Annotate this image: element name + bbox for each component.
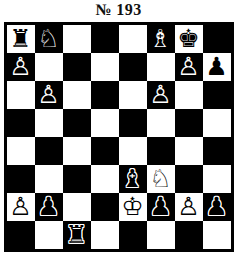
chess-board: ♜♘♗♚♙♙♟♙♙♝♘♙♟♔♟♙♟♜ <box>4 22 234 252</box>
square-d3 <box>91 165 119 193</box>
white-knight-f3: ♘ <box>149 165 171 193</box>
diagram-number-title: № 193 <box>0 0 237 21</box>
black-rook-c1: ♜ <box>65 221 87 249</box>
square-e8 <box>119 25 147 53</box>
square-a7: ♙ <box>7 53 35 81</box>
square-b6: ♙ <box>35 81 63 109</box>
square-d2 <box>91 193 119 221</box>
square-f6: ♙ <box>147 81 175 109</box>
square-h8 <box>203 25 231 53</box>
square-h3 <box>203 165 231 193</box>
square-d6 <box>91 81 119 109</box>
square-b2: ♟ <box>35 193 63 221</box>
black-pawn-b2: ♟ <box>37 193 59 221</box>
square-f3: ♘ <box>147 165 175 193</box>
square-b1 <box>35 221 63 249</box>
white-bishop-f8: ♗ <box>149 25 171 53</box>
square-b4 <box>35 137 63 165</box>
square-c8 <box>63 25 91 53</box>
square-f5 <box>147 109 175 137</box>
square-c1: ♜ <box>63 221 91 249</box>
square-b3 <box>35 165 63 193</box>
square-d8 <box>91 25 119 53</box>
square-a8: ♜ <box>7 25 35 53</box>
square-h5 <box>203 109 231 137</box>
square-c4 <box>63 137 91 165</box>
black-king-g8: ♚ <box>177 25 199 53</box>
black-bishop-e3: ♝ <box>121 165 143 193</box>
square-c3 <box>63 165 91 193</box>
square-d7 <box>91 53 119 81</box>
square-e2: ♔ <box>119 193 147 221</box>
square-c6 <box>63 81 91 109</box>
white-pawn-g2: ♙ <box>177 193 199 221</box>
square-c7 <box>63 53 91 81</box>
square-e6 <box>119 81 147 109</box>
white-pawn-b6: ♙ <box>37 81 59 109</box>
square-g4 <box>175 137 203 165</box>
square-e7 <box>119 53 147 81</box>
square-g2: ♙ <box>175 193 203 221</box>
square-g8: ♚ <box>175 25 203 53</box>
square-g3 <box>175 165 203 193</box>
square-h6 <box>203 81 231 109</box>
square-a3 <box>7 165 35 193</box>
square-d1 <box>91 221 119 249</box>
square-g6 <box>175 81 203 109</box>
square-e3: ♝ <box>119 165 147 193</box>
white-pawn-f6: ♙ <box>149 81 171 109</box>
square-b7 <box>35 53 63 81</box>
square-f2: ♟ <box>147 193 175 221</box>
square-b8: ♘ <box>35 25 63 53</box>
square-e4 <box>119 137 147 165</box>
square-h7: ♟ <box>203 53 231 81</box>
square-f4 <box>147 137 175 165</box>
square-g1 <box>175 221 203 249</box>
square-a6 <box>7 81 35 109</box>
white-pawn-a2: ♙ <box>9 193 31 221</box>
square-h1 <box>203 221 231 249</box>
square-g7: ♙ <box>175 53 203 81</box>
square-e1 <box>119 221 147 249</box>
square-g5 <box>175 109 203 137</box>
square-f7 <box>147 53 175 81</box>
square-a2: ♙ <box>7 193 35 221</box>
white-knight-b8: ♘ <box>37 25 59 53</box>
square-a4 <box>7 137 35 165</box>
square-h4 <box>203 137 231 165</box>
white-pawn-a7: ♙ <box>9 53 31 81</box>
square-b5 <box>35 109 63 137</box>
square-e5 <box>119 109 147 137</box>
square-f8: ♗ <box>147 25 175 53</box>
black-pawn-h7: ♟ <box>205 53 227 81</box>
square-c2 <box>63 193 91 221</box>
white-king-e2: ♔ <box>121 193 143 221</box>
black-pawn-f2: ♟ <box>149 193 171 221</box>
white-pawn-g7: ♙ <box>177 53 199 81</box>
black-pawn-h2: ♟ <box>205 193 227 221</box>
square-f1 <box>147 221 175 249</box>
black-rook-a8: ♜ <box>9 25 31 53</box>
square-a1 <box>7 221 35 249</box>
chess-problem-diagram: № 193 ♜♘♗♚♙♙♟♙♙♝♘♙♟♔♟♙♟♜ <box>0 0 237 260</box>
square-d5 <box>91 109 119 137</box>
square-a5 <box>7 109 35 137</box>
square-h2: ♟ <box>203 193 231 221</box>
square-c5 <box>63 109 91 137</box>
square-d4 <box>91 137 119 165</box>
